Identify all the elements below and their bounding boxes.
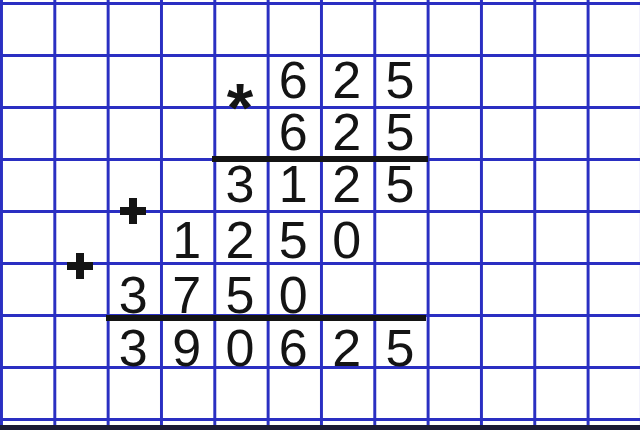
screen-bottom-edge xyxy=(0,425,640,430)
sum-rule-line-1 xyxy=(212,156,428,162)
digit-cell-r2c7: 5 xyxy=(373,106,426,158)
plus-sign-vertical-bar xyxy=(129,198,137,224)
digit-cell-r3c7: 5 xyxy=(373,158,426,210)
digit-cell-r5c2: 3 xyxy=(107,269,160,321)
digit-cell-r3c6: 2 xyxy=(320,158,373,210)
digit-cell-r6c7: 5 xyxy=(373,322,426,374)
digit-cell-r6c2: 3 xyxy=(107,322,160,374)
plus-sign-2 xyxy=(67,253,93,279)
digit-cell-r4c6: 0 xyxy=(320,214,373,266)
digit-cell-r1c6: 2 xyxy=(320,54,373,106)
digit-cell-r4c3: 1 xyxy=(160,214,213,266)
digit-cell-r6c4: 0 xyxy=(213,322,266,374)
digit-cell-r2c6: 2 xyxy=(320,106,373,158)
digit-cell-r4c4: 2 xyxy=(213,214,266,266)
digit-cell-r3c4: 3 xyxy=(213,158,266,210)
screenshot-stage: *625625312512503750390625 xyxy=(0,0,640,430)
digit-cell-r4c5: 5 xyxy=(267,214,320,266)
sum-rule-line-2 xyxy=(106,315,426,321)
plus-sign-vertical-bar xyxy=(76,253,84,279)
digit-cell-r1c7: 5 xyxy=(373,54,426,106)
digit-cell-r5c4: 5 xyxy=(213,269,266,321)
digit-cell-r6c5: 6 xyxy=(267,322,320,374)
squared-paper: *625625312512503750390625 xyxy=(0,0,640,430)
multiply-asterisk: * xyxy=(213,81,266,133)
digit-cell-r2c5: 6 xyxy=(267,106,320,158)
digit-cell-r6c3: 9 xyxy=(160,322,213,374)
digit-cell-r1c5: 6 xyxy=(267,54,320,106)
digit-cell-r6c6: 2 xyxy=(320,322,373,374)
plus-sign-1 xyxy=(120,198,146,224)
digit-cell-r3c5: 1 xyxy=(267,158,320,210)
digit-cell-r5c5: 0 xyxy=(267,269,320,321)
digit-cell-r5c3: 7 xyxy=(160,269,213,321)
